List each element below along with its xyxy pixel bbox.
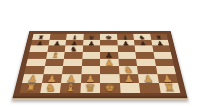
square-h4 [154, 59, 174, 66]
square-h3 [156, 66, 176, 74]
square-d1: ♛ [80, 83, 100, 93]
chess-board-frame: ♜♝♛♚♝♞♜♟♟♟♟♟♟♟♞♝♟♟♞♟♟♟♟♟♟♟♜♞♝♛♚♜ [12, 31, 188, 100]
chessboard-product-photo: ♜♝♛♚♝♞♜♟♟♟♟♟♟♟♞♝♟♟♞♟♟♟♟♟♟♟♜♞♝♛♚♜ [0, 0, 200, 107]
white-rook-piece: ♜ [24, 83, 37, 94]
white-rook-piece: ♜ [163, 83, 176, 94]
square-c4 [63, 59, 82, 66]
square-b2: ♟ [41, 74, 62, 83]
square-a5 [28, 52, 47, 59]
square-g4 [136, 59, 155, 66]
square-e5: ♟ [100, 52, 118, 59]
square-b3 [43, 66, 63, 74]
chess-board: ♜♝♛♚♝♞♜♟♟♟♟♟♟♟♞♝♟♟♞♟♟♟♟♟♟♟♜♞♝♛♚♜ [20, 34, 181, 93]
square-d2: ♟ [80, 74, 100, 83]
white-king-piece: ♚ [104, 83, 115, 94]
square-f5 [118, 52, 136, 59]
square-d4 [81, 59, 100, 66]
square-f4 [118, 59, 137, 66]
square-g3 [137, 66, 157, 74]
square-c5 [64, 52, 82, 59]
square-e3 [100, 66, 119, 74]
square-b5: ♝ [46, 52, 65, 59]
square-d5 [82, 52, 100, 59]
square-b4 [44, 59, 63, 66]
square-g5 [135, 52, 154, 59]
square-f1 [120, 83, 141, 93]
white-knight-piece: ♞ [44, 83, 57, 94]
square-e4: ♟ [100, 59, 119, 66]
square-h2: ♟ [157, 74, 178, 83]
square-b1: ♞ [40, 83, 61, 93]
square-a3 [24, 66, 44, 74]
square-a2: ♟ [22, 74, 43, 83]
square-h5 [153, 52, 172, 59]
square-g2: ♟ [138, 74, 159, 83]
square-c3 [62, 66, 81, 74]
square-f3: ♞ [119, 66, 138, 74]
square-h1: ♜ [159, 83, 181, 93]
square-a4 [26, 59, 46, 66]
square-e2 [100, 74, 120, 83]
square-f2: ♟ [119, 74, 139, 83]
white-queen-piece: ♛ [84, 83, 95, 94]
square-e1: ♚ [100, 83, 120, 93]
square-g1 [139, 83, 160, 93]
square-c2: ♟ [61, 74, 81, 83]
square-d3 [81, 66, 100, 74]
square-c1: ♝ [60, 83, 81, 93]
square-a1: ♜ [20, 83, 42, 93]
white-bishop-piece: ♝ [64, 83, 76, 94]
